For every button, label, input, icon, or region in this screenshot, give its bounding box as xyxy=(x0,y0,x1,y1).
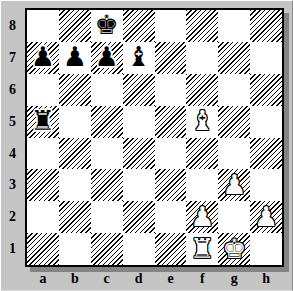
square-e1[interactable] xyxy=(155,233,187,265)
square-b1[interactable] xyxy=(59,233,91,265)
square-a4[interactable] xyxy=(27,138,59,170)
rank-label-4: 4 xyxy=(0,138,25,170)
square-c1[interactable] xyxy=(91,233,123,265)
square-f6[interactable] xyxy=(186,74,218,106)
square-e8[interactable] xyxy=(155,10,187,42)
square-e6[interactable] xyxy=(155,74,187,106)
piece-black-pawn-c7[interactable]: ♟ xyxy=(95,43,119,70)
square-f3[interactable] xyxy=(186,169,218,201)
square-g5[interactable] xyxy=(218,106,250,138)
square-b8[interactable] xyxy=(59,10,91,42)
piece-black-pawn-a7[interactable]: ♟ xyxy=(31,43,55,70)
square-e3[interactable] xyxy=(155,169,187,201)
file-label-b: b xyxy=(59,269,91,289)
square-g8[interactable] xyxy=(218,10,250,42)
square-a1[interactable] xyxy=(27,233,59,265)
rank-label-8: 8 xyxy=(0,10,25,42)
square-g4[interactable] xyxy=(218,138,250,170)
square-f1[interactable]: ♜ xyxy=(186,233,218,265)
square-a8[interactable] xyxy=(27,10,59,42)
square-f2[interactable]: ♟ xyxy=(186,201,218,233)
piece-black-pawn-b7[interactable]: ♟ xyxy=(63,43,87,70)
rank-label-7: 7 xyxy=(0,42,25,74)
square-c5[interactable] xyxy=(91,106,123,138)
square-c2[interactable] xyxy=(91,201,123,233)
square-b4[interactable] xyxy=(59,138,91,170)
square-a6[interactable] xyxy=(27,74,59,106)
square-g7[interactable] xyxy=(218,42,250,74)
square-h5[interactable] xyxy=(250,106,282,138)
square-g1[interactable]: ♚ xyxy=(218,233,250,265)
square-h1[interactable] xyxy=(250,233,282,265)
square-c4[interactable] xyxy=(91,138,123,170)
chess-diagram: 87654321 ♚♟♟♟♝♜♝♟♟♟♜♚ abcdefgh xyxy=(0,0,293,291)
file-label-g: g xyxy=(218,269,250,289)
piece-white-pawn-g3[interactable]: ♟ xyxy=(222,171,246,198)
square-f8[interactable] xyxy=(186,10,218,42)
piece-white-rook-f1[interactable]: ♜ xyxy=(190,235,214,262)
square-b5[interactable] xyxy=(59,106,91,138)
rank-label-6: 6 xyxy=(0,74,25,106)
square-h8[interactable] xyxy=(250,10,282,42)
square-d3[interactable] xyxy=(123,169,155,201)
square-g6[interactable] xyxy=(218,74,250,106)
square-f5[interactable]: ♝ xyxy=(186,106,218,138)
file-label-h: h xyxy=(250,269,282,289)
square-e2[interactable] xyxy=(155,201,187,233)
square-e7[interactable] xyxy=(155,42,187,74)
rank-label-3: 3 xyxy=(0,169,25,201)
piece-white-pawn-f2[interactable]: ♟ xyxy=(190,203,214,230)
piece-white-bishop-f5[interactable]: ♝ xyxy=(190,107,214,134)
square-d6[interactable] xyxy=(123,74,155,106)
square-f7[interactable] xyxy=(186,42,218,74)
piece-black-bishop-d7[interactable]: ♝ xyxy=(127,43,151,70)
file-labels: abcdefgh xyxy=(27,269,283,289)
file-label-f: f xyxy=(186,269,218,289)
square-d4[interactable] xyxy=(123,138,155,170)
piece-black-rook-a5[interactable]: ♜ xyxy=(31,107,55,134)
square-a3[interactable] xyxy=(27,169,59,201)
square-h3[interactable] xyxy=(250,169,282,201)
square-c7[interactable]: ♟ xyxy=(91,42,123,74)
square-g3[interactable]: ♟ xyxy=(218,169,250,201)
square-d7[interactable]: ♝ xyxy=(123,42,155,74)
square-h4[interactable] xyxy=(250,138,282,170)
square-g2[interactable] xyxy=(218,201,250,233)
square-c8[interactable]: ♚ xyxy=(91,10,123,42)
square-d5[interactable] xyxy=(123,106,155,138)
square-h7[interactable] xyxy=(250,42,282,74)
square-b7[interactable]: ♟ xyxy=(59,42,91,74)
piece-white-king-g1[interactable]: ♚ xyxy=(222,235,246,262)
square-b2[interactable] xyxy=(59,201,91,233)
square-c3[interactable] xyxy=(91,169,123,201)
chess-board: ♚♟♟♟♝♜♝♟♟♟♜♚ xyxy=(25,8,284,267)
square-b6[interactable] xyxy=(59,74,91,106)
square-h2[interactable]: ♟ xyxy=(250,201,282,233)
square-h6[interactable] xyxy=(250,74,282,106)
piece-black-king-c8[interactable]: ♚ xyxy=(95,11,119,38)
rank-label-1: 1 xyxy=(0,233,25,265)
square-d2[interactable] xyxy=(123,201,155,233)
square-e4[interactable] xyxy=(155,138,187,170)
file-label-d: d xyxy=(123,269,155,289)
square-b3[interactable] xyxy=(59,169,91,201)
square-a7[interactable]: ♟ xyxy=(27,42,59,74)
rank-label-2: 2 xyxy=(0,201,25,233)
square-a2[interactable] xyxy=(27,201,59,233)
file-label-e: e xyxy=(155,269,187,289)
square-e5[interactable] xyxy=(155,106,187,138)
file-label-c: c xyxy=(91,269,123,289)
rank-labels: 87654321 xyxy=(0,10,25,265)
square-c6[interactable] xyxy=(91,74,123,106)
square-a5[interactable]: ♜ xyxy=(27,106,59,138)
file-label-a: a xyxy=(27,269,59,289)
piece-white-pawn-h2[interactable]: ♟ xyxy=(254,203,278,230)
square-f4[interactable] xyxy=(186,138,218,170)
square-d1[interactable] xyxy=(123,233,155,265)
square-d8[interactable] xyxy=(123,10,155,42)
rank-label-5: 5 xyxy=(0,106,25,138)
